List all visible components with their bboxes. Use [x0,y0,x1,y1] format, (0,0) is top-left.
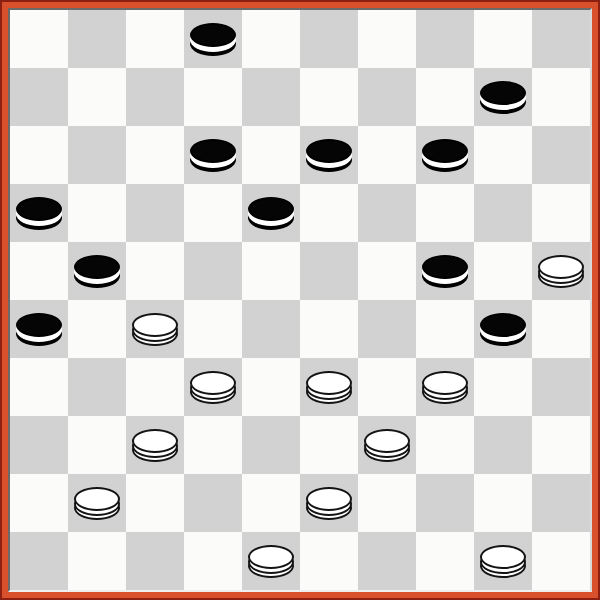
white-man-41[interactable] [74,487,120,520]
white-piece-disc [306,487,352,511]
light-square [242,242,300,300]
square-35[interactable] [532,358,590,416]
light-square [184,416,242,474]
black-piece-disc [16,197,62,221]
light-square [10,474,68,532]
square-7[interactable] [126,68,184,126]
black-piece-disc [190,23,236,47]
light-square [68,68,126,126]
draughts-board [10,10,590,590]
light-square [474,126,532,184]
white-man-27[interactable] [132,313,178,346]
light-square [68,416,126,474]
light-square [416,300,474,358]
light-square [184,184,242,242]
black-man-10[interactable] [480,81,526,114]
board-frame [0,0,600,600]
white-piece-disc [248,545,294,569]
light-square [242,10,300,68]
black-man-2[interactable] [190,23,236,56]
light-square [416,184,474,242]
light-square [358,126,416,184]
square-3[interactable] [300,10,358,68]
white-piece-disc [422,371,468,395]
light-square [68,184,126,242]
light-square [300,532,358,590]
light-square [10,242,68,300]
draughts-app-window [0,0,600,600]
square-28[interactable] [242,300,300,358]
light-square [300,68,358,126]
square-49[interactable] [358,532,416,590]
white-man-34[interactable] [422,371,468,404]
square-46[interactable] [10,532,68,590]
light-square [300,416,358,474]
black-man-30[interactable] [480,313,526,346]
black-piece-disc [306,139,352,163]
white-piece-disc [190,371,236,395]
white-piece-disc [74,487,120,511]
light-square [358,10,416,68]
square-5[interactable] [532,10,590,68]
light-square [126,474,184,532]
white-man-48[interactable] [248,545,294,578]
square-11[interactable] [68,126,126,184]
square-22[interactable] [184,242,242,300]
white-man-33[interactable] [306,371,352,404]
square-40[interactable] [474,416,532,474]
white-piece-disc [480,545,526,569]
light-square [532,184,590,242]
black-man-16[interactable] [16,197,62,230]
square-31[interactable] [68,358,126,416]
white-man-50[interactable] [480,545,526,578]
white-piece-disc [364,429,410,453]
light-square [300,300,358,358]
black-piece-disc [74,255,120,279]
light-square [474,242,532,300]
square-9[interactable] [358,68,416,126]
black-piece-disc [190,139,236,163]
white-man-25[interactable] [538,255,584,288]
square-20[interactable] [474,184,532,242]
light-square [68,532,126,590]
white-piece-disc [132,313,178,337]
white-piece-disc [132,429,178,453]
light-square [242,358,300,416]
light-square [242,474,300,532]
white-piece-disc [538,255,584,279]
light-square [416,68,474,126]
square-38[interactable] [242,416,300,474]
light-square [242,126,300,184]
white-man-32[interactable] [190,371,236,404]
black-man-18[interactable] [248,197,294,230]
square-1[interactable] [68,10,126,68]
black-man-24[interactable] [422,255,468,288]
black-man-14[interactable] [422,139,468,172]
black-man-13[interactable] [306,139,352,172]
light-square [68,300,126,358]
square-44[interactable] [416,474,474,532]
light-square [126,126,184,184]
black-man-21[interactable] [74,255,120,288]
black-piece-disc [422,255,468,279]
square-17[interactable] [126,184,184,242]
square-45[interactable] [532,474,590,532]
black-piece-disc [248,197,294,221]
light-square [10,126,68,184]
square-6[interactable] [10,68,68,126]
light-square [532,300,590,358]
light-square [358,358,416,416]
square-47[interactable] [126,532,184,590]
square-19[interactable] [358,184,416,242]
square-4[interactable] [416,10,474,68]
black-man-26[interactable] [16,313,62,346]
light-square [10,10,68,68]
white-man-37[interactable] [132,429,178,462]
light-square [184,532,242,590]
light-square [532,532,590,590]
light-square [10,358,68,416]
square-42[interactable] [184,474,242,532]
black-piece-disc [480,81,526,105]
white-man-43[interactable] [306,487,352,520]
light-square [474,10,532,68]
square-8[interactable] [242,68,300,126]
white-man-39[interactable] [364,429,410,462]
light-square [184,68,242,126]
square-23[interactable] [300,242,358,300]
black-piece-disc [422,139,468,163]
square-29[interactable] [358,300,416,358]
light-square [474,358,532,416]
light-square [126,10,184,68]
light-square [358,474,416,532]
white-piece-disc [306,371,352,395]
light-square [474,474,532,532]
light-square [532,416,590,474]
light-square [416,532,474,590]
light-square [300,184,358,242]
light-square [532,68,590,126]
light-square [358,242,416,300]
black-man-12[interactable] [190,139,236,172]
square-36[interactable] [10,416,68,474]
light-square [184,300,242,358]
light-square [126,358,184,416]
square-15[interactable] [532,126,590,184]
light-square [126,242,184,300]
light-square [416,416,474,474]
board-bevel-edge [8,8,592,592]
black-piece-disc [16,313,62,337]
black-piece-disc [480,313,526,337]
